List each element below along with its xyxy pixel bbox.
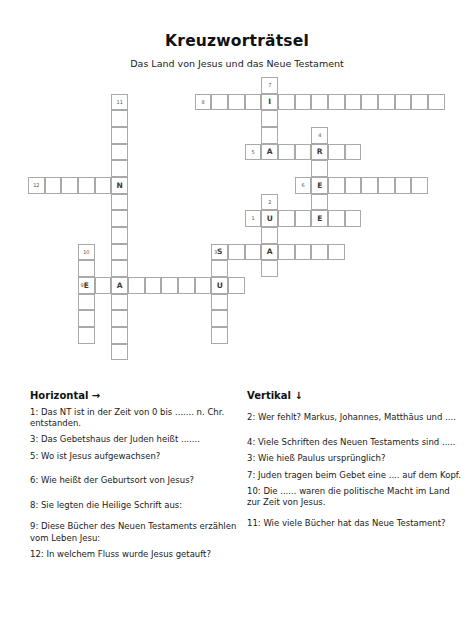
grid-cell-c18-r6[interactable] xyxy=(328,177,345,194)
grid-cell-c13-r8[interactable]: 1 xyxy=(245,210,262,227)
clue-item-5: 5: Wo ist Jesus aufgewachsen? xyxy=(30,451,242,462)
clue-number: 9 xyxy=(81,283,84,288)
grid-cell-c22-r6[interactable] xyxy=(395,177,412,194)
clue-item-10: 10: Die ...... waren die politische Mach… xyxy=(247,486,465,508)
cell-letter: S xyxy=(217,248,222,256)
grid-cell-c12-r10[interactable] xyxy=(228,244,245,261)
grid-cell-c18-r8[interactable] xyxy=(328,210,345,227)
grid-cell-c14-r9[interactable] xyxy=(261,227,278,244)
grid-cell-c18-r1[interactable] xyxy=(328,94,345,111)
grid-cell-c8-r12[interactable] xyxy=(161,277,178,294)
grid-cell-c13-r4[interactable]: 5 xyxy=(245,144,262,161)
clue-item-9: 9: Diese Bücher des Neuen Testaments erz… xyxy=(30,521,242,543)
grid-cell-c17-r8[interactable]: E xyxy=(311,210,328,227)
grid-cell-c3-r13[interactable] xyxy=(78,294,95,311)
grid-cell-c21-r6[interactable] xyxy=(378,177,395,194)
clue-item-3: 3: Das Gebetshaus der Juden heißt ......… xyxy=(30,434,242,445)
clue-number: 3 xyxy=(214,250,217,255)
grid-cell-c14-r1[interactable]: I xyxy=(261,94,278,111)
grid-cell-c16-r4[interactable] xyxy=(295,144,312,161)
grid-cell-c3-r6[interactable] xyxy=(78,177,95,194)
clue-number: 2 xyxy=(268,200,271,205)
clue-number: 7 xyxy=(268,83,271,88)
cell-letter: A xyxy=(267,148,273,156)
grid-cell-c23-r6[interactable] xyxy=(411,177,428,194)
grid-cell-c5-r8[interactable] xyxy=(111,210,128,227)
grid-cell-c2-r6[interactable] xyxy=(61,177,78,194)
clue-number: 4 xyxy=(318,133,321,138)
clue-item-1: 1: Das NT ist in der Zeit von 0 bis ....… xyxy=(30,407,242,429)
clue-item-11: 11: Wie viele Bücher hat das Neue Testam… xyxy=(247,518,465,529)
grid-cell-c17-r5[interactable] xyxy=(311,160,328,177)
grid-cell-c14-r8[interactable]: U xyxy=(261,210,278,227)
cell-letter: U xyxy=(267,215,273,223)
grid-cell-c19-r8[interactable] xyxy=(345,210,362,227)
grid-cell-c15-r8[interactable] xyxy=(278,210,295,227)
grid-cell-c5-r1[interactable]: 11 xyxy=(111,94,128,111)
clue-number: 8 xyxy=(201,100,204,105)
clue-item-4: 4: Viele Schriften des Neuen Testaments … xyxy=(247,437,465,448)
grid-cell-c15-r4[interactable] xyxy=(278,144,295,161)
cell-letter: A xyxy=(267,248,273,256)
grid-cell-c5-r7[interactable] xyxy=(111,194,128,211)
grid-cell-c11-r12[interactable]: U xyxy=(211,277,228,294)
grid-cell-c7-r12[interactable] xyxy=(145,277,162,294)
vertical-clues-header: Vertikal ↓ xyxy=(247,390,465,401)
grid-cell-c5-r13[interactable] xyxy=(111,294,128,311)
grid-cell-c12-r12[interactable] xyxy=(228,277,245,294)
grid-cell-c3-r10[interactable]: 10 xyxy=(78,244,95,261)
grid-cell-c4-r6[interactable] xyxy=(95,177,112,194)
clue-item-7: 7: Juden tragen beim Gebet eine .... auf… xyxy=(247,470,465,481)
clue-number: 6 xyxy=(301,183,304,188)
grid-cell-c5-r5[interactable] xyxy=(111,160,128,177)
grid-cell-c5-r15[interactable] xyxy=(111,327,128,344)
cell-letter: R xyxy=(317,148,323,156)
cell-letter: N xyxy=(117,182,123,190)
grid-cell-c14-r2[interactable] xyxy=(261,110,278,127)
grid-cell-c23-r1[interactable] xyxy=(411,94,428,111)
grid-cell-c5-r12[interactable]: A xyxy=(111,277,128,294)
grid-cell-c14-r3[interactable] xyxy=(261,127,278,144)
vertical-clues-list: 2: Wer fehlt? Markus, Johannes, Matthäus… xyxy=(247,412,465,530)
grid-cell-c10-r1[interactable]: 8 xyxy=(195,94,212,111)
cell-letter: E xyxy=(84,282,89,290)
clue-item-2: 2: Wer fehlt? Markus, Johannes, Matthäus… xyxy=(247,412,465,423)
grid-cell-c20-r1[interactable] xyxy=(361,94,378,111)
grid-cell-c14-r4[interactable]: A xyxy=(261,144,278,161)
grid-cell-c14-r11[interactable] xyxy=(261,260,278,277)
grid-cell-c19-r6[interactable] xyxy=(345,177,362,194)
grid-cell-c3-r15[interactable] xyxy=(78,327,95,344)
cell-letter: I xyxy=(268,98,271,106)
cell-letter: U xyxy=(217,282,223,290)
grid-cell-c11-r15[interactable] xyxy=(211,327,228,344)
clue-number: 11 xyxy=(117,100,123,105)
page-subtitle: Das Land von Jesus und das Neue Testamen… xyxy=(0,58,474,69)
cell-letter: E xyxy=(317,182,322,190)
page-title: Kreuzworträtsel xyxy=(0,32,474,50)
grid-cell-c9-r12[interactable] xyxy=(178,277,195,294)
grid-cell-c17-r4[interactable]: R xyxy=(311,144,328,161)
clue-number: 12 xyxy=(33,183,39,188)
grid-cell-c16-r6[interactable]: 6 xyxy=(295,177,312,194)
grid-cell-c11-r13[interactable] xyxy=(211,294,228,311)
grid-cell-c19-r4[interactable] xyxy=(345,144,362,161)
grid-cell-c0-r6[interactable]: 12 xyxy=(28,177,45,194)
grid-cell-c24-r1[interactable] xyxy=(428,94,445,111)
crossword-grid: 7118I45AR12N6E21UE103SA9EAU xyxy=(28,77,445,360)
grid-cell-c6-r12[interactable] xyxy=(128,277,145,294)
clue-item-12: 12: In welchem Fluss wurde Jesus getauft… xyxy=(30,549,242,560)
clue-number: 1 xyxy=(251,216,254,221)
grid-cell-c22-r1[interactable] xyxy=(395,94,412,111)
grid-cell-c17-r7[interactable] xyxy=(311,194,328,211)
grid-cell-c3-r12[interactable]: 9E xyxy=(78,277,95,294)
grid-cell-c14-r10[interactable]: A xyxy=(261,244,278,261)
grid-cell-c5-r4[interactable] xyxy=(111,144,128,161)
grid-cell-c5-r2[interactable] xyxy=(111,110,128,127)
grid-cell-c5-r3[interactable] xyxy=(111,127,128,144)
grid-cell-c5-r9[interactable] xyxy=(111,227,128,244)
grid-cell-c17-r3[interactable]: 4 xyxy=(311,127,328,144)
grid-cell-c16-r1[interactable] xyxy=(295,94,312,111)
cell-letter: A xyxy=(117,282,123,290)
clue-item-3: 3: Wie hieß Paulus ursprünglich? xyxy=(247,453,465,464)
horizontal-clues-header: Horizontal → xyxy=(30,390,242,401)
grid-cell-c15-r10[interactable] xyxy=(278,244,295,261)
grid-cell-c16-r10[interactable] xyxy=(295,244,312,261)
grid-cell-c20-r6[interactable] xyxy=(361,177,378,194)
grid-cell-c1-r6[interactable] xyxy=(45,177,62,194)
grid-cell-c17-r1[interactable] xyxy=(311,94,328,111)
grid-cell-c13-r10[interactable] xyxy=(245,244,262,261)
grid-cell-c14-r7[interactable]: 2 xyxy=(261,194,278,211)
grid-cell-c12-r1[interactable] xyxy=(228,94,245,111)
grid-cell-c13-r1[interactable] xyxy=(245,94,262,111)
clue-item-8: 8: Sie legten die Heilige Schrift aus: xyxy=(30,500,242,511)
grid-cell-c18-r10[interactable] xyxy=(328,244,345,261)
clue-number: 5 xyxy=(251,150,254,155)
grid-cell-c5-r16[interactable] xyxy=(111,344,128,361)
grid-cell-c11-r14[interactable] xyxy=(211,310,228,327)
horizontal-clues-list: 1: Das NT ist in der Zeit von 0 bis ....… xyxy=(30,407,242,560)
grid-cell-c11-r11[interactable] xyxy=(211,260,228,277)
grid-cell-c18-r4[interactable] xyxy=(328,144,345,161)
clue-item-6: 6: Wie heißt der Geburtsort von Jesus? xyxy=(30,475,242,486)
grid-cell-c21-r1[interactable] xyxy=(378,94,395,111)
grid-cell-c3-r14[interactable] xyxy=(78,310,95,327)
clue-number: 10 xyxy=(83,250,89,255)
grid-cell-c3-r11[interactable] xyxy=(78,260,95,277)
grid-cell-c11-r1[interactable] xyxy=(211,94,228,111)
cell-letter: E xyxy=(317,215,322,223)
grid-cell-c4-r12[interactable] xyxy=(95,277,112,294)
grid-cell-c19-r1[interactable] xyxy=(345,94,362,111)
grid-cell-c10-r12[interactable] xyxy=(195,277,212,294)
grid-cell-c17-r10[interactable] xyxy=(311,244,328,261)
grid-cell-c5-r14[interactable] xyxy=(111,310,128,327)
horizontal-clues-section: Horizontal → 1: Das NT ist in der Zeit v… xyxy=(30,390,242,560)
vertical-clues-section: Vertikal ↓ 2: Wer fehlt? Markus, Johanne… xyxy=(247,390,465,530)
grid-cell-c16-r8[interactable] xyxy=(295,210,312,227)
grid-cell-c17-r6[interactable]: E xyxy=(311,177,328,194)
grid-cell-c5-r6[interactable]: N xyxy=(111,177,128,194)
grid-cell-c14-r0[interactable]: 7 xyxy=(261,77,278,94)
grid-cell-c11-r10[interactable]: 3S xyxy=(211,244,228,261)
grid-cell-c5-r11[interactable] xyxy=(111,260,128,277)
grid-cell-c5-r10[interactable] xyxy=(111,244,128,261)
grid-cell-c15-r1[interactable] xyxy=(278,94,295,111)
